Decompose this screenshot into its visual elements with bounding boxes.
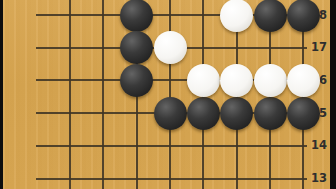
white-stone [220, 64, 253, 97]
black-stone [120, 64, 153, 97]
black-stone [287, 0, 320, 32]
white-stone [287, 64, 320, 97]
letterbox-left [0, 0, 3, 189]
white-stone [154, 31, 187, 64]
white-stone [254, 64, 287, 97]
black-stone [120, 0, 153, 32]
black-stone [187, 97, 220, 130]
black-stone [254, 97, 287, 130]
black-stone [220, 97, 253, 130]
go-app-screen: 181716151413 [0, 0, 336, 189]
black-stone [154, 97, 187, 130]
white-stone [220, 0, 253, 32]
black-stone [287, 97, 320, 130]
stone-grid[interactable] [53, 0, 320, 189]
letterbox-right [330, 0, 336, 189]
black-stone [254, 0, 287, 32]
white-stone [187, 64, 220, 97]
black-stone [120, 31, 153, 64]
